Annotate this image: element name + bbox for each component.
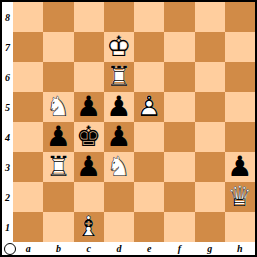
black-pawn[interactable]: ♟ — [106, 123, 131, 151]
white-knight[interactable]: ♞ — [106, 153, 131, 181]
square-h4[interactable] — [225, 122, 255, 152]
file-label-h: h — [225, 242, 255, 255]
chess-diagram: 87654321 ♚♜♞♟♟♟♟♚♟♜♟♞♟♛♝ abcdefgh — [0, 0, 257, 257]
square-h2[interactable]: ♛ — [225, 182, 255, 212]
square-c4[interactable]: ♚ — [74, 122, 104, 152]
rank-label-5: 5 — [2, 92, 13, 122]
square-c5[interactable]: ♟ — [74, 92, 104, 122]
square-b4[interactable]: ♟ — [43, 122, 73, 152]
rank-labels: 87654321 — [2, 2, 13, 242]
square-f6[interactable] — [164, 62, 194, 92]
square-c1[interactable]: ♝ — [74, 212, 104, 242]
square-d4[interactable]: ♟ — [104, 122, 134, 152]
rank-label-7: 7 — [2, 32, 13, 62]
square-b5[interactable]: ♞ — [43, 92, 73, 122]
square-a5[interactable] — [13, 92, 43, 122]
square-f5[interactable] — [164, 92, 194, 122]
square-g5[interactable] — [195, 92, 225, 122]
file-labels: abcdefgh — [13, 242, 255, 255]
square-d3[interactable]: ♞ — [104, 152, 134, 182]
square-d5[interactable]: ♟ — [104, 92, 134, 122]
black-pawn[interactable]: ♟ — [227, 153, 252, 181]
square-b3[interactable]: ♜ — [43, 152, 73, 182]
square-e7[interactable] — [134, 32, 164, 62]
square-f4[interactable] — [164, 122, 194, 152]
white-king[interactable]: ♚ — [106, 33, 131, 61]
square-d7[interactable]: ♚ — [104, 32, 134, 62]
square-a1[interactable] — [13, 212, 43, 242]
square-b2[interactable] — [43, 182, 73, 212]
square-g1[interactable] — [195, 212, 225, 242]
black-pawn[interactable]: ♟ — [46, 123, 71, 151]
black-pawn[interactable]: ♟ — [76, 153, 101, 181]
square-f1[interactable] — [164, 212, 194, 242]
square-e4[interactable] — [134, 122, 164, 152]
square-a4[interactable] — [13, 122, 43, 152]
file-label-d: d — [104, 242, 134, 255]
square-h3[interactable]: ♟ — [225, 152, 255, 182]
square-f8[interactable] — [164, 2, 194, 32]
square-d6[interactable]: ♜ — [104, 62, 134, 92]
chess-board: ♚♜♞♟♟♟♟♚♟♜♟♞♟♛♝ — [13, 2, 255, 242]
square-f2[interactable] — [164, 182, 194, 212]
square-d2[interactable] — [104, 182, 134, 212]
file-label-a: a — [13, 242, 43, 255]
rank-label-1: 1 — [2, 212, 13, 242]
square-a2[interactable] — [13, 182, 43, 212]
white-pawn[interactable]: ♟ — [137, 93, 162, 121]
square-h5[interactable] — [225, 92, 255, 122]
rank-label-8: 8 — [2, 2, 13, 32]
black-pawn[interactable]: ♟ — [106, 93, 131, 121]
black-pawn[interactable]: ♟ — [76, 93, 101, 121]
square-g7[interactable] — [195, 32, 225, 62]
rank-label-6: 6 — [2, 62, 13, 92]
white-knight[interactable]: ♞ — [46, 93, 71, 121]
file-label-g: g — [195, 242, 225, 255]
square-c6[interactable] — [74, 62, 104, 92]
square-d8[interactable] — [104, 2, 134, 32]
square-a3[interactable] — [13, 152, 43, 182]
square-e5[interactable]: ♟ — [134, 92, 164, 122]
square-g2[interactable] — [195, 182, 225, 212]
square-c7[interactable] — [74, 32, 104, 62]
square-g3[interactable] — [195, 152, 225, 182]
square-e6[interactable] — [134, 62, 164, 92]
square-g6[interactable] — [195, 62, 225, 92]
square-e8[interactable] — [134, 2, 164, 32]
black-king[interactable]: ♚ — [76, 123, 101, 151]
white-rook[interactable]: ♜ — [106, 63, 131, 91]
square-g8[interactable] — [195, 2, 225, 32]
file-label-c: c — [74, 242, 104, 255]
square-a8[interactable] — [13, 2, 43, 32]
square-c3[interactable]: ♟ — [74, 152, 104, 182]
file-label-b: b — [43, 242, 73, 255]
rank-label-4: 4 — [2, 122, 13, 152]
file-label-f: f — [164, 242, 194, 255]
square-e1[interactable] — [134, 212, 164, 242]
square-h8[interactable] — [225, 2, 255, 32]
square-a6[interactable] — [13, 62, 43, 92]
square-h6[interactable] — [225, 62, 255, 92]
rank-label-2: 2 — [2, 182, 13, 212]
square-e2[interactable] — [134, 182, 164, 212]
white-rook[interactable]: ♜ — [46, 153, 71, 181]
square-b1[interactable] — [43, 212, 73, 242]
square-h1[interactable] — [225, 212, 255, 242]
square-e3[interactable] — [134, 152, 164, 182]
square-a7[interactable] — [13, 32, 43, 62]
square-f3[interactable] — [164, 152, 194, 182]
square-c8[interactable] — [74, 2, 104, 32]
rank-label-3: 3 — [2, 152, 13, 182]
square-d1[interactable] — [104, 212, 134, 242]
white-queen[interactable]: ♛ — [227, 183, 252, 211]
square-f7[interactable] — [164, 32, 194, 62]
square-b8[interactable] — [43, 2, 73, 32]
file-label-e: e — [134, 242, 164, 255]
white-bishop[interactable]: ♝ — [76, 213, 101, 241]
square-c2[interactable] — [74, 182, 104, 212]
square-g4[interactable] — [195, 122, 225, 152]
square-h7[interactable] — [225, 32, 255, 62]
square-b6[interactable] — [43, 62, 73, 92]
white-to-move-icon — [4, 243, 16, 255]
square-b7[interactable] — [43, 32, 73, 62]
